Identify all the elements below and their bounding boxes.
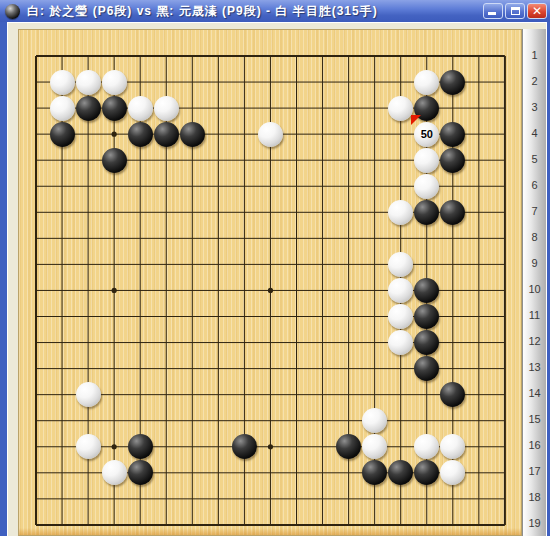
minimize-button[interactable] [483, 3, 503, 19]
white-stone[interactable] [414, 70, 439, 95]
black-stone[interactable] [128, 122, 153, 147]
row-coordinate-label: 2 [523, 75, 546, 88]
black-stone[interactable] [76, 96, 101, 121]
row-coordinate-label: 5 [523, 153, 546, 166]
black-stone[interactable] [50, 122, 75, 147]
white-stone[interactable] [76, 434, 101, 459]
white-stone[interactable] [128, 96, 153, 121]
row-coordinate-label: 17 [523, 465, 546, 478]
star-point [112, 444, 117, 449]
black-stone[interactable] [440, 122, 465, 147]
row-coordinate-label: 3 [523, 101, 546, 114]
black-stone[interactable] [102, 96, 127, 121]
white-stone[interactable] [76, 382, 101, 407]
move-number-label: 50 [421, 129, 433, 140]
close-icon: ✕ [532, 4, 542, 18]
black-stone[interactable] [440, 70, 465, 95]
row-coordinate-label: 1 [523, 49, 546, 62]
app-window: 白: 於之瑩 (P6段) vs 黑: 元晟溱 (P9段) - 白 半目胜(315… [0, 0, 550, 536]
black-stone[interactable] [440, 148, 465, 173]
black-stone[interactable] [180, 122, 205, 147]
white-stone[interactable] [388, 252, 413, 277]
go-board[interactable]: 50 [18, 29, 522, 536]
row-coordinate-label: 9 [523, 257, 546, 270]
board-edge-shade [19, 528, 521, 535]
white-stone[interactable] [102, 460, 127, 485]
row-coordinate-label: 6 [523, 179, 546, 192]
black-stone[interactable] [440, 200, 465, 225]
row-coordinate-label: 7 [523, 205, 546, 218]
window-title: 白: 於之瑩 (P6段) vs 黑: 元晟溱 (P9段) - 白 半目胜(315… [27, 3, 481, 20]
star-point [112, 288, 117, 293]
row-coordinate-label: 11 [523, 309, 546, 322]
white-stone[interactable] [154, 96, 179, 121]
black-stone[interactable] [128, 434, 153, 459]
client-area: 50 12345678910111213141516171819 [7, 22, 547, 536]
title-bar[interactable]: 白: 於之瑩 (P6段) vs 黑: 元晟溱 (P9段) - 白 半目胜(315… [0, 0, 550, 22]
last-move-flag-icon [411, 115, 421, 125]
white-stone[interactable]: 50 [414, 122, 439, 147]
white-stone[interactable] [388, 96, 413, 121]
coordinate-strip: 12345678910111213141516171819 [522, 29, 546, 536]
row-coordinate-label: 15 [523, 413, 546, 426]
black-stone[interactable] [154, 122, 179, 147]
row-coordinate-label: 4 [523, 127, 546, 140]
row-coordinate-label: 18 [523, 491, 546, 504]
white-stone[interactable] [388, 278, 413, 303]
white-stone[interactable] [102, 70, 127, 95]
row-coordinate-label: 8 [523, 231, 546, 244]
row-coordinate-label: 13 [523, 361, 546, 374]
row-coordinate-label: 10 [523, 283, 546, 296]
black-stone[interactable] [102, 148, 127, 173]
maximize-button[interactable] [505, 3, 525, 19]
star-point [112, 132, 117, 137]
close-button[interactable]: ✕ [527, 3, 547, 19]
white-stone[interactable] [414, 174, 439, 199]
star-point [268, 444, 273, 449]
black-stone[interactable] [232, 434, 257, 459]
white-stone[interactable] [50, 96, 75, 121]
go-stone-app-icon [5, 4, 20, 19]
white-stone[interactable] [50, 70, 75, 95]
black-stone[interactable] [128, 460, 153, 485]
white-stone[interactable] [414, 148, 439, 173]
row-coordinate-label: 19 [523, 517, 546, 530]
maximize-icon [511, 7, 520, 15]
minimize-icon [488, 12, 496, 15]
white-stone[interactable] [258, 122, 283, 147]
white-stone[interactable] [388, 200, 413, 225]
star-point [268, 288, 273, 293]
white-stone[interactable] [76, 70, 101, 95]
black-stone[interactable] [414, 200, 439, 225]
row-coordinate-label: 12 [523, 335, 546, 348]
row-coordinate-label: 16 [523, 439, 546, 452]
row-coordinate-label: 14 [523, 387, 546, 400]
